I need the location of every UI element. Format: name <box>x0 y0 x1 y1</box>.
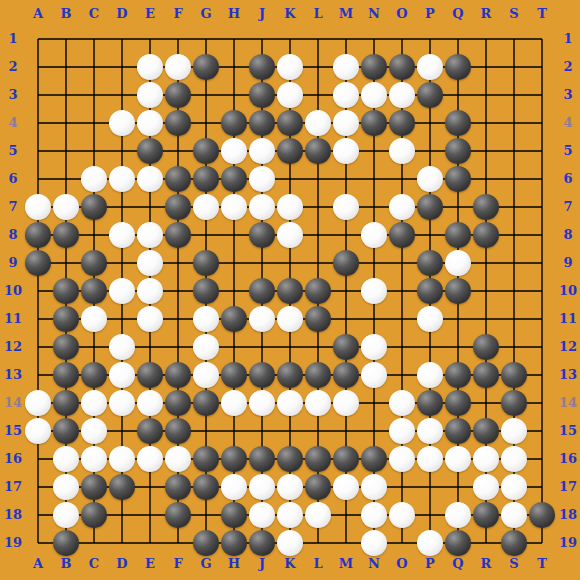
intersection-L14[interactable] <box>304 389 332 417</box>
intersection-K6[interactable] <box>276 165 304 193</box>
intersection-G17[interactable] <box>192 473 220 501</box>
intersection-Q5[interactable] <box>444 137 472 165</box>
intersection-T4[interactable] <box>528 109 556 137</box>
intersection-T12[interactable] <box>528 333 556 361</box>
intersection-R4[interactable] <box>472 109 500 137</box>
intersection-G7[interactable] <box>192 193 220 221</box>
intersection-Q15[interactable] <box>444 417 472 445</box>
intersection-A10[interactable] <box>24 277 52 305</box>
intersection-G19[interactable] <box>192 529 220 557</box>
intersection-P11[interactable] <box>416 305 444 333</box>
intersection-O11[interactable] <box>388 305 416 333</box>
intersection-G13[interactable] <box>192 361 220 389</box>
intersection-Q8[interactable] <box>444 221 472 249</box>
intersection-G18[interactable] <box>192 501 220 529</box>
intersection-C3[interactable] <box>80 81 108 109</box>
intersection-F14[interactable] <box>164 389 192 417</box>
intersection-L19[interactable] <box>304 529 332 557</box>
intersection-G9[interactable] <box>192 249 220 277</box>
intersection-N12[interactable] <box>360 333 388 361</box>
intersection-A15[interactable] <box>24 417 52 445</box>
intersection-O4[interactable] <box>388 109 416 137</box>
intersection-T13[interactable] <box>528 361 556 389</box>
intersection-K12[interactable] <box>276 333 304 361</box>
intersection-L7[interactable] <box>304 193 332 221</box>
intersection-F9[interactable] <box>164 249 192 277</box>
intersection-B3[interactable] <box>52 81 80 109</box>
intersection-H5[interactable] <box>220 137 248 165</box>
intersection-G8[interactable] <box>192 221 220 249</box>
intersection-E12[interactable] <box>136 333 164 361</box>
intersection-H13[interactable] <box>220 361 248 389</box>
intersection-Q2[interactable] <box>444 53 472 81</box>
intersection-H10[interactable] <box>220 277 248 305</box>
intersection-C4[interactable] <box>80 109 108 137</box>
intersection-H14[interactable] <box>220 389 248 417</box>
intersection-N7[interactable] <box>360 193 388 221</box>
intersection-E6[interactable] <box>136 165 164 193</box>
intersection-G14[interactable] <box>192 389 220 417</box>
intersection-F16[interactable] <box>164 445 192 473</box>
intersection-K18[interactable] <box>276 501 304 529</box>
intersection-H7[interactable] <box>220 193 248 221</box>
intersection-H8[interactable] <box>220 221 248 249</box>
intersection-R8[interactable] <box>472 221 500 249</box>
intersection-N3[interactable] <box>360 81 388 109</box>
intersection-L15[interactable] <box>304 417 332 445</box>
intersection-D11[interactable] <box>108 305 136 333</box>
intersection-T16[interactable] <box>528 445 556 473</box>
intersection-D14[interactable] <box>108 389 136 417</box>
intersection-Q16[interactable] <box>444 445 472 473</box>
intersection-T17[interactable] <box>528 473 556 501</box>
intersection-S4[interactable] <box>500 109 528 137</box>
intersection-G4[interactable] <box>192 109 220 137</box>
intersection-R18[interactable] <box>472 501 500 529</box>
intersection-K16[interactable] <box>276 445 304 473</box>
intersection-J16[interactable] <box>248 445 276 473</box>
intersection-C15[interactable] <box>80 417 108 445</box>
intersection-Q11[interactable] <box>444 305 472 333</box>
intersection-B11[interactable] <box>52 305 80 333</box>
intersection-N2[interactable] <box>360 53 388 81</box>
intersection-K17[interactable] <box>276 473 304 501</box>
intersection-H9[interactable] <box>220 249 248 277</box>
intersection-E18[interactable] <box>136 501 164 529</box>
intersection-A14[interactable] <box>24 389 52 417</box>
intersection-K4[interactable] <box>276 109 304 137</box>
intersection-C12[interactable] <box>80 333 108 361</box>
intersection-J17[interactable] <box>248 473 276 501</box>
intersection-L8[interactable] <box>304 221 332 249</box>
intersection-J10[interactable] <box>248 277 276 305</box>
intersection-C9[interactable] <box>80 249 108 277</box>
intersection-A19[interactable] <box>24 529 52 557</box>
intersection-S7[interactable] <box>500 193 528 221</box>
intersection-D19[interactable] <box>108 529 136 557</box>
intersection-R10[interactable] <box>472 277 500 305</box>
intersection-J8[interactable] <box>248 221 276 249</box>
intersection-B12[interactable] <box>52 333 80 361</box>
intersection-R6[interactable] <box>472 165 500 193</box>
intersection-M3[interactable] <box>332 81 360 109</box>
intersection-P3[interactable] <box>416 81 444 109</box>
intersection-D8[interactable] <box>108 221 136 249</box>
intersection-S8[interactable] <box>500 221 528 249</box>
intersection-L6[interactable] <box>304 165 332 193</box>
intersection-L1[interactable] <box>304 25 332 53</box>
intersection-M17[interactable] <box>332 473 360 501</box>
intersection-B10[interactable] <box>52 277 80 305</box>
intersection-J9[interactable] <box>248 249 276 277</box>
intersection-S15[interactable] <box>500 417 528 445</box>
intersection-N5[interactable] <box>360 137 388 165</box>
intersection-A9[interactable] <box>24 249 52 277</box>
intersection-K5[interactable] <box>276 137 304 165</box>
intersection-E10[interactable] <box>136 277 164 305</box>
intersection-S3[interactable] <box>500 81 528 109</box>
intersection-P12[interactable] <box>416 333 444 361</box>
intersection-H18[interactable] <box>220 501 248 529</box>
intersection-C18[interactable] <box>80 501 108 529</box>
intersection-M7[interactable] <box>332 193 360 221</box>
intersection-H4[interactable] <box>220 109 248 137</box>
intersection-E11[interactable] <box>136 305 164 333</box>
intersection-R7[interactable] <box>472 193 500 221</box>
intersection-K13[interactable] <box>276 361 304 389</box>
intersection-K3[interactable] <box>276 81 304 109</box>
intersection-R12[interactable] <box>472 333 500 361</box>
intersection-L18[interactable] <box>304 501 332 529</box>
intersection-G10[interactable] <box>192 277 220 305</box>
intersection-P4[interactable] <box>416 109 444 137</box>
intersection-S1[interactable] <box>500 25 528 53</box>
intersection-T1[interactable] <box>528 25 556 53</box>
intersection-G16[interactable] <box>192 445 220 473</box>
intersection-A5[interactable] <box>24 137 52 165</box>
intersection-F6[interactable] <box>164 165 192 193</box>
intersection-Q18[interactable] <box>444 501 472 529</box>
intersection-E16[interactable] <box>136 445 164 473</box>
intersection-S12[interactable] <box>500 333 528 361</box>
intersection-P6[interactable] <box>416 165 444 193</box>
intersection-S14[interactable] <box>500 389 528 417</box>
intersection-O10[interactable] <box>388 277 416 305</box>
intersection-R1[interactable] <box>472 25 500 53</box>
intersection-A17[interactable] <box>24 473 52 501</box>
intersection-D12[interactable] <box>108 333 136 361</box>
intersection-K14[interactable] <box>276 389 304 417</box>
intersection-A7[interactable] <box>24 193 52 221</box>
intersection-E13[interactable] <box>136 361 164 389</box>
intersection-R14[interactable] <box>472 389 500 417</box>
intersection-B5[interactable] <box>52 137 80 165</box>
intersection-T7[interactable] <box>528 193 556 221</box>
intersection-Q4[interactable] <box>444 109 472 137</box>
intersection-E9[interactable] <box>136 249 164 277</box>
intersection-R13[interactable] <box>472 361 500 389</box>
intersection-K1[interactable] <box>276 25 304 53</box>
intersection-D13[interactable] <box>108 361 136 389</box>
intersection-H16[interactable] <box>220 445 248 473</box>
intersection-L16[interactable] <box>304 445 332 473</box>
intersection-T18[interactable] <box>528 501 556 529</box>
intersection-M8[interactable] <box>332 221 360 249</box>
intersection-A13[interactable] <box>24 361 52 389</box>
intersection-D2[interactable] <box>108 53 136 81</box>
intersection-K11[interactable] <box>276 305 304 333</box>
intersection-S9[interactable] <box>500 249 528 277</box>
intersection-O16[interactable] <box>388 445 416 473</box>
intersection-C2[interactable] <box>80 53 108 81</box>
intersection-Q14[interactable] <box>444 389 472 417</box>
intersection-H12[interactable] <box>220 333 248 361</box>
intersection-K8[interactable] <box>276 221 304 249</box>
intersection-T11[interactable] <box>528 305 556 333</box>
intersection-O18[interactable] <box>388 501 416 529</box>
intersection-P13[interactable] <box>416 361 444 389</box>
intersection-E15[interactable] <box>136 417 164 445</box>
intersection-O17[interactable] <box>388 473 416 501</box>
intersection-C19[interactable] <box>80 529 108 557</box>
intersection-L9[interactable] <box>304 249 332 277</box>
intersection-L11[interactable] <box>304 305 332 333</box>
intersection-B4[interactable] <box>52 109 80 137</box>
intersection-D17[interactable] <box>108 473 136 501</box>
intersection-A11[interactable] <box>24 305 52 333</box>
intersection-F5[interactable] <box>164 137 192 165</box>
intersection-T5[interactable] <box>528 137 556 165</box>
intersection-S10[interactable] <box>500 277 528 305</box>
intersection-G2[interactable] <box>192 53 220 81</box>
intersection-S13[interactable] <box>500 361 528 389</box>
intersection-M14[interactable] <box>332 389 360 417</box>
intersection-E7[interactable] <box>136 193 164 221</box>
intersection-G6[interactable] <box>192 165 220 193</box>
intersection-E2[interactable] <box>136 53 164 81</box>
intersection-Q7[interactable] <box>444 193 472 221</box>
intersection-M19[interactable] <box>332 529 360 557</box>
intersection-P7[interactable] <box>416 193 444 221</box>
intersection-R16[interactable] <box>472 445 500 473</box>
intersection-N13[interactable] <box>360 361 388 389</box>
intersection-P8[interactable] <box>416 221 444 249</box>
intersection-M5[interactable] <box>332 137 360 165</box>
intersection-F15[interactable] <box>164 417 192 445</box>
intersection-H17[interactable] <box>220 473 248 501</box>
intersection-D9[interactable] <box>108 249 136 277</box>
intersection-E14[interactable] <box>136 389 164 417</box>
intersection-F11[interactable] <box>164 305 192 333</box>
intersection-L12[interactable] <box>304 333 332 361</box>
intersection-B14[interactable] <box>52 389 80 417</box>
intersection-Q19[interactable] <box>444 529 472 557</box>
intersection-Q17[interactable] <box>444 473 472 501</box>
intersection-J18[interactable] <box>248 501 276 529</box>
intersection-O8[interactable] <box>388 221 416 249</box>
intersection-R19[interactable] <box>472 529 500 557</box>
intersection-P14[interactable] <box>416 389 444 417</box>
intersection-D6[interactable] <box>108 165 136 193</box>
intersection-D5[interactable] <box>108 137 136 165</box>
intersection-M16[interactable] <box>332 445 360 473</box>
intersection-C5[interactable] <box>80 137 108 165</box>
intersection-P15[interactable] <box>416 417 444 445</box>
intersection-G15[interactable] <box>192 417 220 445</box>
intersection-T8[interactable] <box>528 221 556 249</box>
intersection-E1[interactable] <box>136 25 164 53</box>
intersection-N6[interactable] <box>360 165 388 193</box>
intersection-J2[interactable] <box>248 53 276 81</box>
intersection-P18[interactable] <box>416 501 444 529</box>
intersection-T2[interactable] <box>528 53 556 81</box>
intersection-A8[interactable] <box>24 221 52 249</box>
intersection-B13[interactable] <box>52 361 80 389</box>
intersection-K10[interactable] <box>276 277 304 305</box>
intersection-E19[interactable] <box>136 529 164 557</box>
intersection-T14[interactable] <box>528 389 556 417</box>
intersection-F1[interactable] <box>164 25 192 53</box>
intersection-K7[interactable] <box>276 193 304 221</box>
intersection-T3[interactable] <box>528 81 556 109</box>
intersection-J11[interactable] <box>248 305 276 333</box>
intersection-P1[interactable] <box>416 25 444 53</box>
intersection-F2[interactable] <box>164 53 192 81</box>
intersection-F3[interactable] <box>164 81 192 109</box>
intersection-F12[interactable] <box>164 333 192 361</box>
intersection-L2[interactable] <box>304 53 332 81</box>
intersection-L5[interactable] <box>304 137 332 165</box>
intersection-N9[interactable] <box>360 249 388 277</box>
intersection-K9[interactable] <box>276 249 304 277</box>
intersection-M12[interactable] <box>332 333 360 361</box>
intersection-P2[interactable] <box>416 53 444 81</box>
intersection-P19[interactable] <box>416 529 444 557</box>
intersection-M15[interactable] <box>332 417 360 445</box>
intersection-M11[interactable] <box>332 305 360 333</box>
intersection-B19[interactable] <box>52 529 80 557</box>
intersection-O1[interactable] <box>388 25 416 53</box>
intersection-O5[interactable] <box>388 137 416 165</box>
intersection-Q6[interactable] <box>444 165 472 193</box>
intersection-G3[interactable] <box>192 81 220 109</box>
intersection-A12[interactable] <box>24 333 52 361</box>
intersection-P9[interactable] <box>416 249 444 277</box>
intersection-G1[interactable] <box>192 25 220 53</box>
intersection-R17[interactable] <box>472 473 500 501</box>
intersection-C17[interactable] <box>80 473 108 501</box>
intersection-M10[interactable] <box>332 277 360 305</box>
intersection-N11[interactable] <box>360 305 388 333</box>
intersection-C11[interactable] <box>80 305 108 333</box>
intersection-Q1[interactable] <box>444 25 472 53</box>
intersection-D10[interactable] <box>108 277 136 305</box>
intersection-M18[interactable] <box>332 501 360 529</box>
intersection-H15[interactable] <box>220 417 248 445</box>
intersection-S19[interactable] <box>500 529 528 557</box>
intersection-E3[interactable] <box>136 81 164 109</box>
intersection-O2[interactable] <box>388 53 416 81</box>
intersection-F7[interactable] <box>164 193 192 221</box>
intersection-A3[interactable] <box>24 81 52 109</box>
intersection-O13[interactable] <box>388 361 416 389</box>
intersection-A6[interactable] <box>24 165 52 193</box>
intersection-N10[interactable] <box>360 277 388 305</box>
intersection-F10[interactable] <box>164 277 192 305</box>
intersection-G5[interactable] <box>192 137 220 165</box>
intersection-P10[interactable] <box>416 277 444 305</box>
intersection-H6[interactable] <box>220 165 248 193</box>
intersection-B8[interactable] <box>52 221 80 249</box>
intersection-P5[interactable] <box>416 137 444 165</box>
intersection-E5[interactable] <box>136 137 164 165</box>
intersection-O14[interactable] <box>388 389 416 417</box>
intersection-N15[interactable] <box>360 417 388 445</box>
intersection-N16[interactable] <box>360 445 388 473</box>
intersection-H11[interactable] <box>220 305 248 333</box>
intersection-K2[interactable] <box>276 53 304 81</box>
intersection-S6[interactable] <box>500 165 528 193</box>
intersection-J13[interactable] <box>248 361 276 389</box>
intersection-P17[interactable] <box>416 473 444 501</box>
intersection-J12[interactable] <box>248 333 276 361</box>
intersection-R9[interactable] <box>472 249 500 277</box>
intersection-N17[interactable] <box>360 473 388 501</box>
intersection-P16[interactable] <box>416 445 444 473</box>
intersection-R5[interactable] <box>472 137 500 165</box>
intersection-F8[interactable] <box>164 221 192 249</box>
intersection-S16[interactable] <box>500 445 528 473</box>
intersection-N18[interactable] <box>360 501 388 529</box>
intersection-F4[interactable] <box>164 109 192 137</box>
intersection-N19[interactable] <box>360 529 388 557</box>
intersection-J4[interactable] <box>248 109 276 137</box>
intersection-T15[interactable] <box>528 417 556 445</box>
intersection-C1[interactable] <box>80 25 108 53</box>
intersection-F13[interactable] <box>164 361 192 389</box>
intersection-C7[interactable] <box>80 193 108 221</box>
intersection-S5[interactable] <box>500 137 528 165</box>
intersection-A2[interactable] <box>24 53 52 81</box>
intersection-M4[interactable] <box>332 109 360 137</box>
intersection-L13[interactable] <box>304 361 332 389</box>
intersection-D16[interactable] <box>108 445 136 473</box>
intersection-N8[interactable] <box>360 221 388 249</box>
intersection-T19[interactable] <box>528 529 556 557</box>
intersection-F19[interactable] <box>164 529 192 557</box>
intersection-C16[interactable] <box>80 445 108 473</box>
intersection-B2[interactable] <box>52 53 80 81</box>
intersection-B6[interactable] <box>52 165 80 193</box>
intersection-J7[interactable] <box>248 193 276 221</box>
intersection-S18[interactable] <box>500 501 528 529</box>
intersection-F17[interactable] <box>164 473 192 501</box>
intersection-L17[interactable] <box>304 473 332 501</box>
intersection-D15[interactable] <box>108 417 136 445</box>
intersection-M9[interactable] <box>332 249 360 277</box>
intersection-R3[interactable] <box>472 81 500 109</box>
intersection-B18[interactable] <box>52 501 80 529</box>
intersection-B16[interactable] <box>52 445 80 473</box>
intersection-Q10[interactable] <box>444 277 472 305</box>
intersection-L3[interactable] <box>304 81 332 109</box>
intersection-G12[interactable] <box>192 333 220 361</box>
intersection-Q3[interactable] <box>444 81 472 109</box>
intersection-L10[interactable] <box>304 277 332 305</box>
intersection-J1[interactable] <box>248 25 276 53</box>
intersection-S11[interactable] <box>500 305 528 333</box>
intersection-O9[interactable] <box>388 249 416 277</box>
